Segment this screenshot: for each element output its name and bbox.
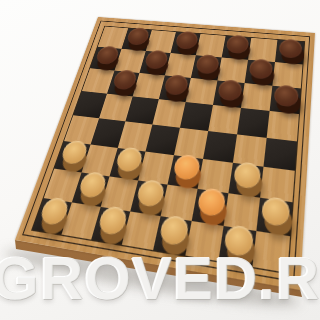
light-checker-piece[interactable] [135, 179, 166, 208]
light-checker-piece[interactable] [172, 154, 201, 182]
light-checker-piece[interactable] [158, 214, 190, 246]
dark-square-16[interactable] [237, 108, 270, 138]
light-square-r6c6 [198, 159, 233, 193]
dark-square-12[interactable] [270, 86, 301, 114]
light-square-r5c7 [233, 134, 267, 166]
light-square-r3c7 [241, 83, 272, 111]
light-checker-piece[interactable] [232, 161, 261, 190]
light-square-r2c6 [217, 57, 248, 83]
dark-checker-piece[interactable] [194, 54, 219, 75]
light-square-r8c6 [185, 221, 223, 261]
dark-square-27[interactable] [192, 189, 229, 226]
light-square-r4c8 [267, 111, 299, 141]
light-checker-piece[interactable] [96, 205, 128, 236]
dark-square-32[interactable] [218, 226, 256, 267]
dark-checker-piece[interactable] [143, 50, 169, 70]
light-checker-piece[interactable] [223, 224, 254, 258]
dark-square-19[interactable] [203, 131, 237, 163]
dark-checker-piece[interactable] [163, 74, 189, 96]
light-checker-piece[interactable] [114, 146, 144, 173]
light-square-r4c6 [208, 105, 241, 134]
dark-checker-piece[interactable] [174, 31, 199, 50]
dark-square-11[interactable] [213, 80, 245, 107]
dark-square-28[interactable] [256, 198, 292, 237]
dark-square-8[interactable] [245, 60, 275, 86]
dark-checker-piece[interactable] [248, 58, 273, 79]
dark-checker-piece[interactable] [125, 27, 150, 46]
checkers-photo-scene: GROVED.RU [0, 0, 320, 320]
dark-checker-piece[interactable] [225, 35, 249, 55]
light-square-r7c7 [224, 193, 260, 231]
light-square-r8c8 [252, 231, 290, 273]
light-square-r1c7 [248, 38, 277, 62]
dark-checker-piece[interactable] [273, 84, 299, 107]
board-grid [31, 26, 305, 275]
dark-checker-piece[interactable] [111, 69, 138, 90]
dark-checker-piece[interactable] [216, 79, 242, 101]
dark-checker-piece[interactable] [278, 39, 302, 59]
dark-square-4[interactable] [275, 40, 304, 65]
dark-square-20[interactable] [263, 138, 296, 171]
dark-square-3[interactable] [222, 36, 252, 60]
dark-square-24[interactable] [228, 163, 263, 198]
light-checker-piece[interactable] [260, 196, 290, 227]
light-checker-piece[interactable] [196, 187, 226, 217]
